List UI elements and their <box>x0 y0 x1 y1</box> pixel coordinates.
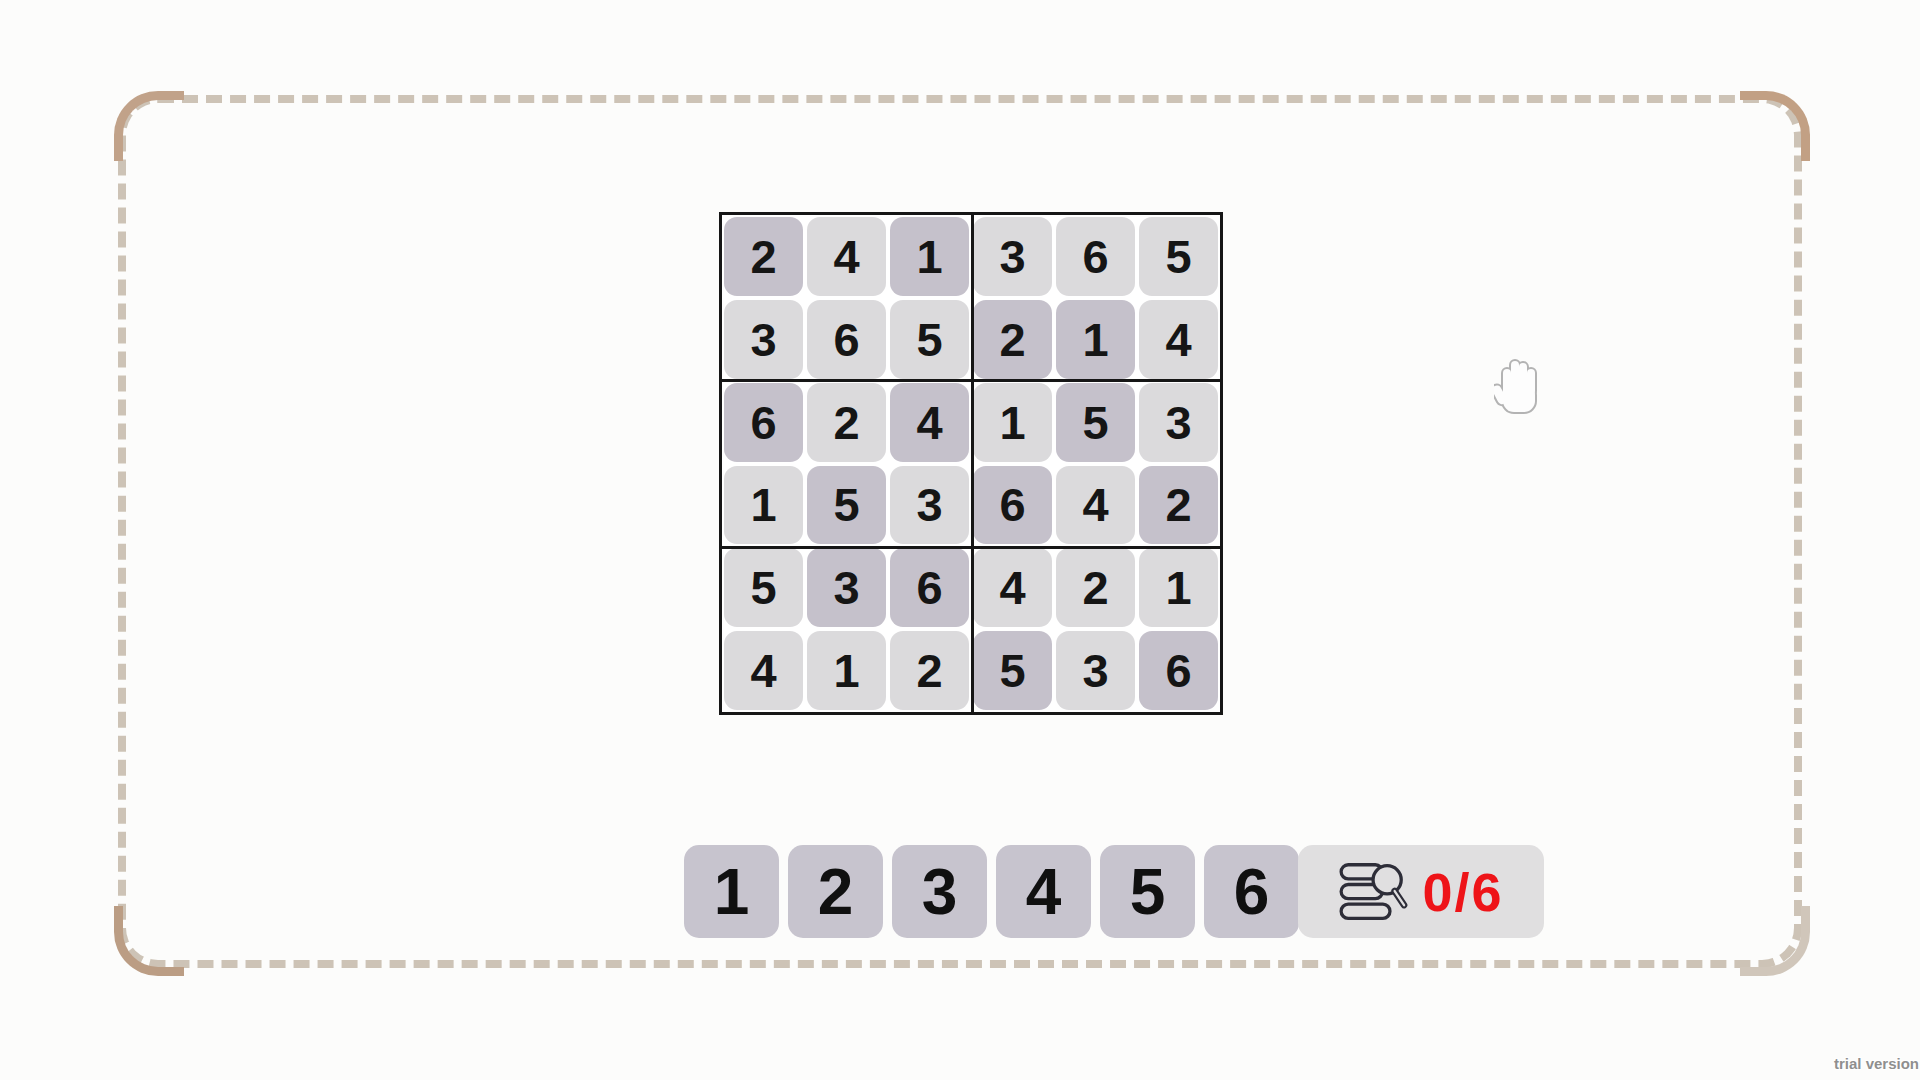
cell-r2c5[interactable]: 1 <box>1056 300 1135 379</box>
number-palette: 123456 <box>684 845 1299 938</box>
cell-r4c4[interactable]: 6 <box>973 466 1052 545</box>
cell-r3c3[interactable]: 4 <box>890 383 969 462</box>
trial-version-watermark: trial version <box>1834 1055 1919 1072</box>
number-button-5[interactable]: 5 <box>1100 845 1195 938</box>
cell-r1c1[interactable]: 2 <box>724 217 803 296</box>
cell-r5c4[interactable]: 4 <box>973 548 1052 627</box>
cell-r4c2[interactable]: 5 <box>807 466 886 545</box>
cell-r4c6[interactable]: 2 <box>1139 466 1218 545</box>
cell-r5c5[interactable]: 2 <box>1056 548 1135 627</box>
cell-r2c2[interactable]: 6 <box>807 300 886 379</box>
number-button-1[interactable]: 1 <box>684 845 779 938</box>
cell-r6c3[interactable]: 2 <box>890 631 969 710</box>
cell-r2c4[interactable]: 2 <box>973 300 1052 379</box>
cell-r3c1[interactable]: 6 <box>724 383 803 462</box>
cell-r1c3[interactable]: 1 <box>890 217 969 296</box>
cell-r5c2[interactable]: 3 <box>807 548 886 627</box>
cell-r1c2[interactable]: 4 <box>807 217 886 296</box>
cell-r1c4[interactable]: 3 <box>973 217 1052 296</box>
cell-r3c5[interactable]: 5 <box>1056 383 1135 462</box>
cell-r6c5[interactable]: 3 <box>1056 631 1135 710</box>
box-divider-horizontal-1 <box>721 379 1222 382</box>
number-button-3[interactable]: 3 <box>892 845 987 938</box>
cell-r3c4[interactable]: 1 <box>973 383 1052 462</box>
cell-r5c1[interactable]: 5 <box>724 548 803 627</box>
cell-r6c1[interactable]: 4 <box>724 631 803 710</box>
cell-r1c5[interactable]: 6 <box>1056 217 1135 296</box>
search-list-icon <box>1338 861 1410 923</box>
number-button-2[interactable]: 2 <box>788 845 883 938</box>
cell-r3c2[interactable]: 2 <box>807 383 886 462</box>
cell-r2c6[interactable]: 4 <box>1139 300 1218 379</box>
cell-r1c6[interactable]: 5 <box>1139 217 1218 296</box>
cell-r5c6[interactable]: 1 <box>1139 548 1218 627</box>
hint-counter-button[interactable]: 0/6 <box>1298 845 1544 938</box>
number-button-6[interactable]: 6 <box>1204 845 1299 938</box>
cell-r4c1[interactable]: 1 <box>724 466 803 545</box>
cell-r6c6[interactable]: 6 <box>1139 631 1218 710</box>
cell-r2c3[interactable]: 5 <box>890 300 969 379</box>
number-button-4[interactable]: 4 <box>996 845 1091 938</box>
cell-r6c4[interactable]: 5 <box>973 631 1052 710</box>
cell-r3c6[interactable]: 3 <box>1139 383 1218 462</box>
cell-r4c5[interactable]: 4 <box>1056 466 1135 545</box>
cell-r4c3[interactable]: 3 <box>890 466 969 545</box>
hint-counter-value: 0/6 <box>1422 865 1503 919</box>
cell-r6c2[interactable]: 1 <box>807 631 886 710</box>
sudoku-board: 241365365214624153153642536421412536 <box>719 212 1223 715</box>
cell-r5c3[interactable]: 6 <box>890 548 969 627</box>
cell-r2c1[interactable]: 3 <box>724 300 803 379</box>
